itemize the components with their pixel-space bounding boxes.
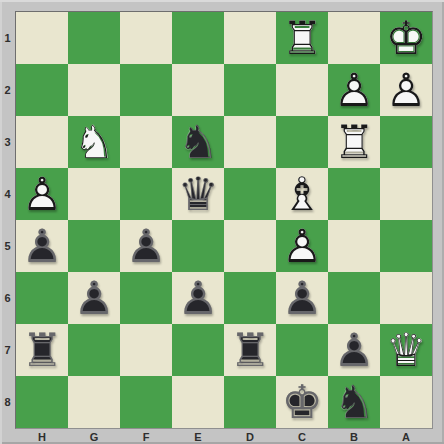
board-frame: ♜♖♚♔♟♙♟♙♞♘♞♘♜♖♟♙♛♕♝♗♟♙♟♙♟♙♟♙♟♙♟♙♜♖♜♖♟♙♛♕… bbox=[0, 0, 444, 444]
piece-white-king-a1[interactable]: ♚♔ bbox=[380, 12, 432, 64]
white-pawn-outline: ♙ bbox=[380, 64, 432, 116]
square-f7[interactable] bbox=[120, 324, 172, 376]
square-b1[interactable] bbox=[328, 12, 380, 64]
square-f5[interactable]: ♟♙ bbox=[120, 220, 172, 272]
black-pawn-outline: ♙ bbox=[16, 220, 68, 272]
piece-white-pawn-h4[interactable]: ♟♙ bbox=[16, 168, 68, 220]
square-h3[interactable] bbox=[16, 116, 68, 168]
square-g4[interactable] bbox=[68, 168, 120, 220]
piece-white-pawn-b2[interactable]: ♟♙ bbox=[328, 64, 380, 116]
rank-label-8: 8 bbox=[0, 376, 15, 428]
square-d2[interactable] bbox=[224, 64, 276, 116]
black-king-outline: ♔ bbox=[276, 376, 328, 428]
file-label-B: B bbox=[328, 429, 380, 444]
rank-label-4: 4 bbox=[0, 168, 15, 220]
square-b6[interactable] bbox=[328, 272, 380, 324]
square-g8[interactable] bbox=[68, 376, 120, 428]
square-h2[interactable] bbox=[16, 64, 68, 116]
rank-label-5: 5 bbox=[0, 220, 15, 272]
square-g1[interactable] bbox=[68, 12, 120, 64]
white-pawn-outline: ♙ bbox=[276, 220, 328, 272]
square-c4[interactable]: ♝♗ bbox=[276, 168, 328, 220]
square-a7[interactable]: ♛♕ bbox=[380, 324, 432, 376]
piece-black-pawn-f5[interactable]: ♟♙ bbox=[120, 220, 172, 272]
square-a5[interactable] bbox=[380, 220, 432, 272]
file-label-D: D bbox=[224, 429, 276, 444]
square-h8[interactable] bbox=[16, 376, 68, 428]
square-a6[interactable] bbox=[380, 272, 432, 324]
black-pawn-outline: ♙ bbox=[120, 220, 172, 272]
white-king-outline: ♔ bbox=[380, 12, 432, 64]
piece-black-pawn-h5[interactable]: ♟♙ bbox=[16, 220, 68, 272]
white-queen-outline: ♕ bbox=[380, 324, 432, 376]
piece-black-rook-d7[interactable]: ♜♖ bbox=[224, 324, 276, 376]
square-g5[interactable] bbox=[68, 220, 120, 272]
square-b3[interactable]: ♜♖ bbox=[328, 116, 380, 168]
black-knight-outline: ♘ bbox=[172, 116, 224, 168]
square-b2[interactable]: ♟♙ bbox=[328, 64, 380, 116]
square-g6[interactable]: ♟♙ bbox=[68, 272, 120, 324]
square-g2[interactable] bbox=[68, 64, 120, 116]
white-knight-outline: ♘ bbox=[68, 116, 120, 168]
square-h6[interactable] bbox=[16, 272, 68, 324]
square-c6[interactable]: ♟♙ bbox=[276, 272, 328, 324]
square-c5[interactable]: ♟♙ bbox=[276, 220, 328, 272]
square-e2[interactable] bbox=[172, 64, 224, 116]
square-d6[interactable] bbox=[224, 272, 276, 324]
black-pawn-outline: ♙ bbox=[328, 324, 380, 376]
rank-label-2: 2 bbox=[0, 64, 15, 116]
file-label-H: H bbox=[16, 429, 68, 444]
square-d3[interactable] bbox=[224, 116, 276, 168]
square-c2[interactable] bbox=[276, 64, 328, 116]
file-label-E: E bbox=[172, 429, 224, 444]
piece-black-pawn-c6[interactable]: ♟♙ bbox=[276, 272, 328, 324]
file-label-G: G bbox=[68, 429, 120, 444]
square-e5[interactable] bbox=[172, 220, 224, 272]
square-e6[interactable]: ♟♙ bbox=[172, 272, 224, 324]
square-d7[interactable]: ♜♖ bbox=[224, 324, 276, 376]
square-d8[interactable] bbox=[224, 376, 276, 428]
square-h5[interactable]: ♟♙ bbox=[16, 220, 68, 272]
piece-black-king-c8[interactable]: ♚♔ bbox=[276, 376, 328, 428]
black-pawn-outline: ♙ bbox=[172, 272, 224, 324]
piece-black-knight-b8[interactable]: ♞♘ bbox=[328, 376, 380, 428]
square-f4[interactable] bbox=[120, 168, 172, 220]
square-b8[interactable]: ♞♘ bbox=[328, 376, 380, 428]
square-d4[interactable] bbox=[224, 168, 276, 220]
rank-label-7: 7 bbox=[0, 324, 15, 376]
square-e7[interactable] bbox=[172, 324, 224, 376]
square-e8[interactable] bbox=[172, 376, 224, 428]
square-f6[interactable] bbox=[120, 272, 172, 324]
square-a4[interactable] bbox=[380, 168, 432, 220]
square-c7[interactable] bbox=[276, 324, 328, 376]
square-a3[interactable] bbox=[380, 116, 432, 168]
piece-black-pawn-g6[interactable]: ♟♙ bbox=[68, 272, 120, 324]
square-a1[interactable]: ♚♔ bbox=[380, 12, 432, 64]
square-g7[interactable] bbox=[68, 324, 120, 376]
rank-label-3: 3 bbox=[0, 116, 15, 168]
piece-white-pawn-c5[interactable]: ♟♙ bbox=[276, 220, 328, 272]
file-label-A: A bbox=[380, 429, 432, 444]
square-b4[interactable] bbox=[328, 168, 380, 220]
square-e4[interactable]: ♛♕ bbox=[172, 168, 224, 220]
piece-black-rook-h7[interactable]: ♜♖ bbox=[16, 324, 68, 376]
square-a8[interactable] bbox=[380, 376, 432, 428]
piece-white-bishop-c4[interactable]: ♝♗ bbox=[276, 168, 328, 220]
black-pawn-outline: ♙ bbox=[68, 272, 120, 324]
piece-white-rook-b3[interactable]: ♜♖ bbox=[328, 116, 380, 168]
piece-white-pawn-a2[interactable]: ♟♙ bbox=[380, 64, 432, 116]
black-queen-outline: ♕ bbox=[172, 168, 224, 220]
square-b5[interactable] bbox=[328, 220, 380, 272]
white-rook-outline: ♖ bbox=[276, 12, 328, 64]
black-knight-outline: ♘ bbox=[328, 376, 380, 428]
square-h1[interactable] bbox=[16, 12, 68, 64]
square-c1[interactable]: ♜♖ bbox=[276, 12, 328, 64]
square-c8[interactable]: ♚♔ bbox=[276, 376, 328, 428]
square-b7[interactable]: ♟♙ bbox=[328, 324, 380, 376]
square-h4[interactable]: ♟♙ bbox=[16, 168, 68, 220]
black-rook-outline: ♖ bbox=[224, 324, 276, 376]
rank-label-1: 1 bbox=[0, 12, 15, 64]
square-f3[interactable] bbox=[120, 116, 172, 168]
square-e3[interactable]: ♞♘ bbox=[172, 116, 224, 168]
piece-black-queen-e4[interactable]: ♛♕ bbox=[172, 168, 224, 220]
square-f2[interactable] bbox=[120, 64, 172, 116]
file-label-F: F bbox=[120, 429, 172, 444]
piece-black-pawn-b7[interactable]: ♟♙ bbox=[328, 324, 380, 376]
white-pawn-outline: ♙ bbox=[16, 168, 68, 220]
black-pawn-outline: ♙ bbox=[276, 272, 328, 324]
square-d1[interactable] bbox=[224, 12, 276, 64]
black-rook-outline: ♖ bbox=[16, 324, 68, 376]
white-rook-outline: ♖ bbox=[328, 116, 380, 168]
white-bishop-outline: ♗ bbox=[276, 168, 328, 220]
piece-black-knight-e3[interactable]: ♞♘ bbox=[172, 116, 224, 168]
piece-white-queen-a7[interactable]: ♛♕ bbox=[380, 324, 432, 376]
square-f1[interactable] bbox=[120, 12, 172, 64]
file-label-C: C bbox=[276, 429, 328, 444]
square-f8[interactable] bbox=[120, 376, 172, 428]
rank-label-6: 6 bbox=[0, 272, 15, 324]
square-h7[interactable]: ♜♖ bbox=[16, 324, 68, 376]
square-d5[interactable] bbox=[224, 220, 276, 272]
board: ♜♖♚♔♟♙♟♙♞♘♞♘♜♖♟♙♛♕♝♗♟♙♟♙♟♙♟♙♟♙♟♙♜♖♜♖♟♙♛♕… bbox=[15, 11, 433, 429]
square-c3[interactable] bbox=[276, 116, 328, 168]
piece-white-rook-c1[interactable]: ♜♖ bbox=[276, 12, 328, 64]
piece-black-pawn-e6[interactable]: ♟♙ bbox=[172, 272, 224, 324]
square-g3[interactable]: ♞♘ bbox=[68, 116, 120, 168]
white-pawn-outline: ♙ bbox=[328, 64, 380, 116]
piece-white-knight-g3[interactable]: ♞♘ bbox=[68, 116, 120, 168]
square-e1[interactable] bbox=[172, 12, 224, 64]
square-a2[interactable]: ♟♙ bbox=[380, 64, 432, 116]
